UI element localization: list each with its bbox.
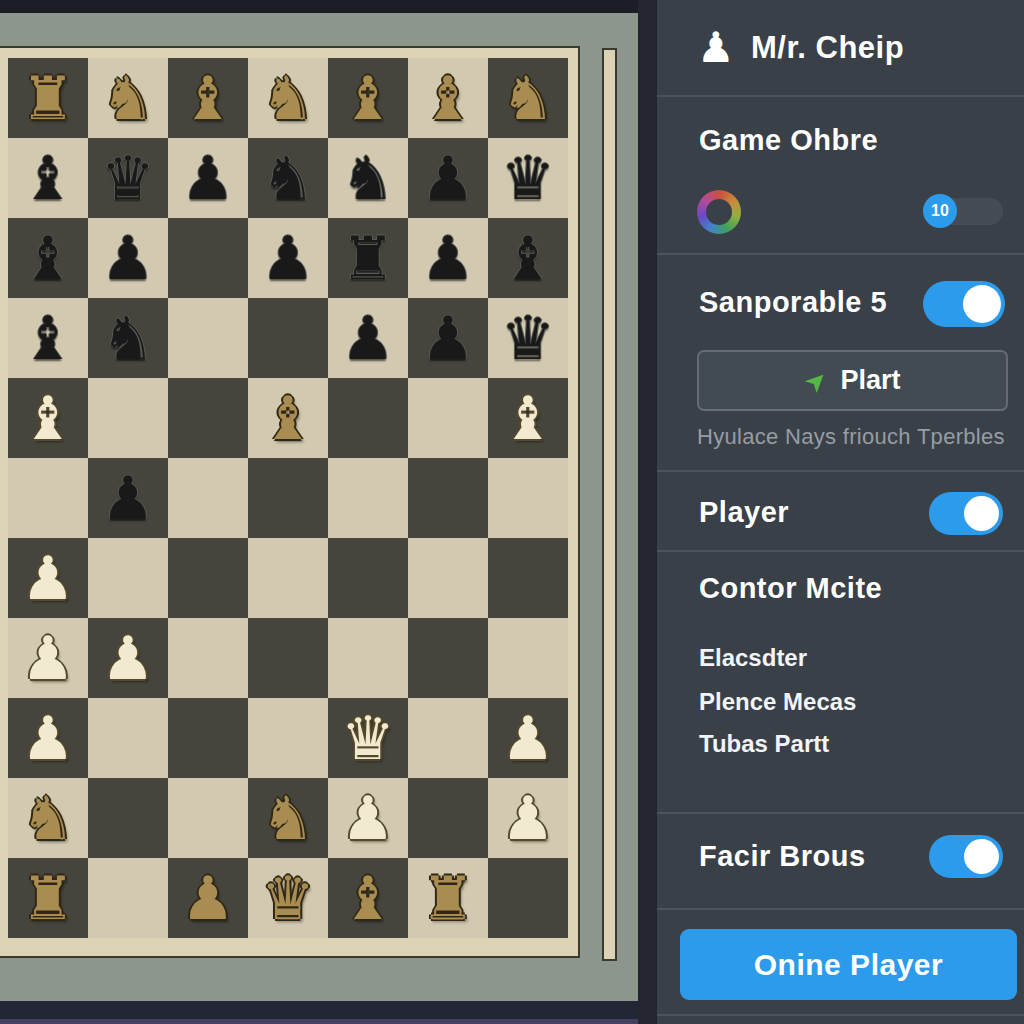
square-r11c4[interactable]: ♛ [248,858,328,938]
piece-black-bishop: ♝ [21,298,75,378]
piece-gold-rook: ♜ [421,858,475,938]
sanporable-label: Sanporable 5 [699,286,887,319]
level-badge[interactable]: 10 [923,194,957,228]
settings-sidebar: ♟ M/r. Cheip Game Ohbre 10 Sanporable 5 … [657,0,1024,1024]
square-r7c6[interactable] [408,538,488,618]
piece-gold-knight: ♞ [261,778,315,858]
menu-item-tubas-partt[interactable]: Tubas Partt [699,730,829,758]
divider [657,253,1024,255]
square-r9c4[interactable] [248,698,328,778]
square-r7c7[interactable] [488,538,568,618]
level-slider[interactable]: 10 [925,198,1003,225]
square-r2c2[interactable]: ♛ [88,138,168,218]
square-r3c3[interactable] [168,218,248,298]
square-r11c3[interactable]: ♟ [168,858,248,938]
square-r7c4[interactable] [248,538,328,618]
square-r10c7[interactable]: ♟ [488,778,568,858]
square-r7c2[interactable] [88,538,168,618]
piece-black-pawn: ♟ [421,138,475,218]
square-r9c2[interactable] [88,698,168,778]
panel-divider-strip [638,0,657,1024]
square-r6c7[interactable] [488,458,568,538]
square-r10c2[interactable] [88,778,168,858]
square-r1c7[interactable]: ♞ [488,58,568,138]
square-r2c4[interactable]: ♞ [248,138,328,218]
sanporable-toggle[interactable] [923,281,1005,327]
piece-white-pawn: ♟ [341,778,395,858]
square-r2c1[interactable]: ♝ [8,138,88,218]
piece-black-bishop: ♝ [21,218,75,298]
top-bar [0,0,657,13]
player-toggle[interactable] [929,492,1003,535]
piece-white-pawn: ♟ [501,778,555,858]
square-r9c3[interactable] [168,698,248,778]
piece-black-queen: ♛ [101,138,155,218]
divider [657,812,1024,814]
square-r9c7[interactable]: ♟ [488,698,568,778]
square-r5c5[interactable] [328,378,408,458]
piece-gold-bishop: ♝ [421,58,475,138]
square-r1c2[interactable]: ♞ [88,58,168,138]
piece-gold-knight: ♞ [501,58,555,138]
square-r4c7[interactable]: ♛ [488,298,568,378]
piece-black-rook: ♜ [341,218,395,298]
divider [657,908,1024,910]
square-r10c3[interactable] [168,778,248,858]
square-r6c2[interactable]: ♟ [88,458,168,538]
square-r6c1[interactable] [8,458,88,538]
square-r8c6[interactable] [408,618,488,698]
square-r3c4[interactable]: ♟ [248,218,328,298]
play-button-label: Plart [840,365,900,396]
piece-gold-pawn: ♟ [181,858,235,938]
square-r5c2[interactable] [88,378,168,458]
square-r8c7[interactable] [488,618,568,698]
square-r8c1[interactable]: ♟ [8,618,88,698]
square-r2c7[interactable]: ♛ [488,138,568,218]
game-section-heading: Game Ohbre [699,124,878,157]
piece-black-pawn: ♟ [421,218,475,298]
piece-black-knight: ♞ [101,298,155,378]
piece-black-queen: ♛ [501,298,555,378]
square-r9c1[interactable]: ♟ [8,698,88,778]
app-title: M/r. Cheip [751,30,904,66]
toggle-knob [964,839,999,874]
piece-white-pawn: ♟ [101,618,155,698]
piece-white-queen: ♛ [341,698,395,778]
square-r10c6[interactable] [408,778,488,858]
square-r8c5[interactable] [328,618,408,698]
square-r11c1[interactable]: ♜ [8,858,88,938]
piece-gold-rook: ♜ [21,858,75,938]
square-r1c5[interactable]: ♝ [328,58,408,138]
piece-black-knight: ♞ [341,138,395,218]
piece-black-queen: ♛ [501,138,555,218]
square-r11c6[interactable]: ♜ [408,858,488,938]
square-r11c5[interactable]: ♝ [328,858,408,938]
piece-black-pawn: ♟ [101,458,155,538]
piece-black-knight: ♞ [261,138,315,218]
piece-white-bishop: ♝ [21,378,75,458]
square-r4c3[interactable] [168,298,248,378]
divider [657,1014,1024,1016]
square-r10c1[interactable]: ♞ [8,778,88,858]
piece-gold-bishop: ♝ [341,858,395,938]
piece-black-pawn: ♟ [181,138,235,218]
divider [657,550,1024,552]
piece-gold-knight: ♞ [261,58,315,138]
chess-board: ♜♞♝♞♝♝♞♝♛♟♞♞♟♛♝♟♟♜♟♝♝♞♟♟♛♝♝♝♟♟♟♟♟♛♟♞♞♟♟♜… [8,58,568,938]
piece-black-pawn: ♟ [261,218,315,298]
square-r10c5[interactable]: ♟ [328,778,408,858]
toggle-knob [963,285,1001,323]
piece-white-pawn: ♟ [501,698,555,778]
piece-white-bishop: ♝ [501,378,555,458]
square-r8c4[interactable] [248,618,328,698]
square-r6c6[interactable] [408,458,488,538]
square-r3c7[interactable]: ♝ [488,218,568,298]
square-r4c6[interactable]: ♟ [408,298,488,378]
online-player-label: Onine Player [754,948,943,982]
player-label: Player [699,496,789,529]
square-r9c6[interactable] [408,698,488,778]
square-r5c6[interactable] [408,378,488,458]
pawn-icon: ♟ [697,24,735,72]
piece-gold-bishop: ♝ [261,378,315,458]
piece-gold-rook: ♜ [21,58,75,138]
square-r1c4[interactable]: ♞ [248,58,328,138]
board-scrollbar[interactable] [602,48,617,961]
bottom-bar [0,1001,657,1024]
piece-black-bishop: ♝ [21,138,75,218]
menu-item-elacsdter[interactable]: Elacsdter [699,644,807,672]
square-r5c1[interactable]: ♝ [8,378,88,458]
square-r3c1[interactable]: ♝ [8,218,88,298]
square-r3c2[interactable]: ♟ [88,218,168,298]
square-r5c7[interactable]: ♝ [488,378,568,458]
square-r11c7[interactable] [488,858,568,938]
square-r8c2[interactable]: ♟ [88,618,168,698]
divider [657,95,1024,97]
square-r6c5[interactable] [328,458,408,538]
square-r11c2[interactable] [88,858,168,938]
online-player-button[interactable]: Onine Player [680,929,1017,1000]
hint-text: Hyulace Nays friouch Tperbles [697,424,1005,450]
facir-label: Facir Brous [699,840,866,873]
square-r2c3[interactable]: ♟ [168,138,248,218]
square-r7c5[interactable] [328,538,408,618]
menu-item-plence-mecas[interactable]: Plence Mecas [699,688,856,716]
square-r3c6[interactable]: ♟ [408,218,488,298]
color-wheel-icon[interactable] [697,190,741,234]
square-r1c1[interactable]: ♜ [8,58,88,138]
piece-black-pawn: ♟ [421,298,475,378]
piece-gold-queen: ♛ [261,858,315,938]
square-r8c3[interactable] [168,618,248,698]
square-r2c5[interactable]: ♞ [328,138,408,218]
square-r10c4[interactable]: ♞ [248,778,328,858]
square-r6c4[interactable] [248,458,328,538]
green-arrow-icon: ➤ [799,364,833,398]
square-r6c3[interactable] [168,458,248,538]
play-button[interactable]: ➤ Plart [697,350,1008,411]
contor-heading: Contor Mcite [699,572,882,605]
square-r7c1[interactable]: ♟ [8,538,88,618]
square-r9c5[interactable]: ♛ [328,698,408,778]
piece-white-pawn: ♟ [21,698,75,778]
toggle-knob [964,496,999,531]
square-r4c1[interactable]: ♝ [8,298,88,378]
square-r4c5[interactable]: ♟ [328,298,408,378]
square-r1c6[interactable]: ♝ [408,58,488,138]
piece-white-pawn: ♟ [21,538,75,618]
piece-gold-bishop: ♝ [181,58,235,138]
square-r4c4[interactable] [248,298,328,378]
square-r1c3[interactable]: ♝ [168,58,248,138]
piece-gold-knight: ♞ [101,58,155,138]
square-r3c5[interactable]: ♜ [328,218,408,298]
piece-black-pawn: ♟ [341,298,395,378]
piece-gold-bishop: ♝ [341,58,395,138]
square-r5c3[interactable] [168,378,248,458]
square-r5c4[interactable]: ♝ [248,378,328,458]
square-r7c3[interactable] [168,538,248,618]
piece-black-pawn: ♟ [101,218,155,298]
piece-white-pawn: ♟ [21,618,75,698]
facir-toggle[interactable] [929,835,1003,878]
piece-gold-knight: ♞ [21,778,75,858]
divider [657,470,1024,472]
square-r4c2[interactable]: ♞ [88,298,168,378]
square-r2c6[interactable]: ♟ [408,138,488,218]
piece-black-bishop: ♝ [501,218,555,298]
board-area: ♜♞♝♞♝♝♞♝♛♟♞♞♟♛♝♟♟♜♟♝♝♞♟♟♛♝♝♝♟♟♟♟♟♛♟♞♞♟♟♜… [0,0,657,1024]
